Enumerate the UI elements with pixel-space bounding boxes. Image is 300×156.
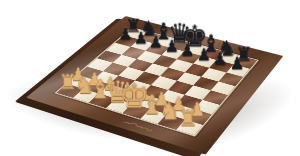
square-h7[interactable]: ♟ bbox=[226, 64, 250, 77]
chess-board-frame: ♜♞♝♛♚♝♞♜♟♟♟♟♟♟♟♟♟♟♟♟♟♟♟♟♜♞♝♛♚♝♞♜ bbox=[26, 16, 283, 155]
white-rook[interactable]: ♜ bbox=[171, 107, 204, 129]
square-h1[interactable]: ♜ bbox=[176, 119, 203, 135]
black-pawn[interactable]: ♟ bbox=[222, 55, 252, 72]
chess-board-3d: ♜♞♝♛♚♝♞♜♟♟♟♟♟♟♟♟♟♟♟♟♟♟♟♟♜♞♝♛♚♝♞♜ bbox=[26, 16, 283, 155]
product-photo-scene: ♜♞♝♛♚♝♞♜♟♟♟♟♟♟♟♟♟♟♟♟♟♟♟♟♜♞♝♛♚♝♞♜ bbox=[0, 0, 300, 156]
